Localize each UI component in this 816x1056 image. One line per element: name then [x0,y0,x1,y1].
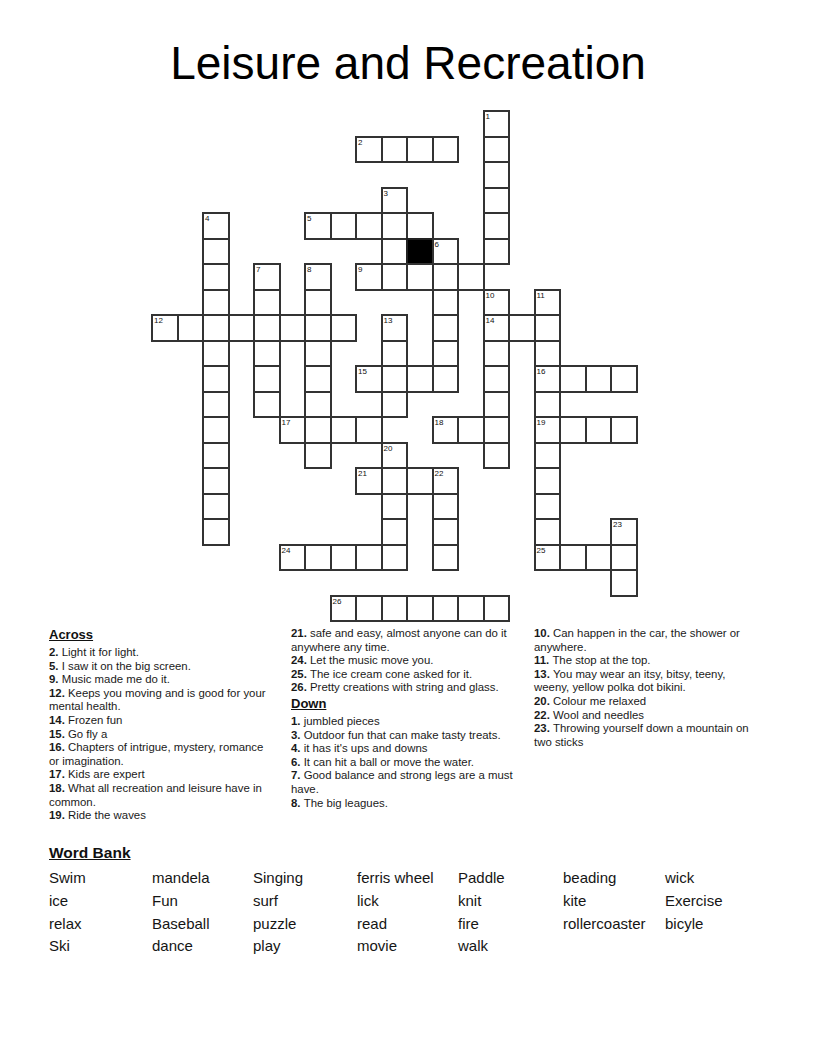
grid-cell[interactable] [304,365,332,393]
word-bank-word: Paddle [458,867,505,890]
clue-number: 11 [537,291,545,300]
clue-across-17: 17. Kids are expert [49,768,275,782]
grid-cell[interactable] [381,391,409,419]
grid-cell[interactable] [534,340,562,368]
word-bank-column: Paddleknitfirewalk [458,867,505,958]
word-bank-header: Word Bank [49,844,779,861]
clue-number: 17 [282,418,291,427]
clue-number: 12 [154,316,163,325]
grid-cell[interactable] [406,136,434,164]
grid-cell-black [406,238,434,266]
clue-down-11: 11. The stop at the top. [534,654,758,668]
grid-cell[interactable] [508,314,536,342]
grid-cell[interactable] [381,340,409,368]
grid-cell[interactable] [304,391,332,419]
grid-cell[interactable] [279,314,307,342]
grid-cell[interactable] [534,467,562,495]
word-bank-word: play [253,935,303,958]
grid-cell[interactable] [432,289,460,317]
word-bank-word: rollercoaster [563,913,646,936]
clue-number: 15 [358,367,367,376]
grid-cell[interactable]: 23 [610,518,638,546]
grid-cell[interactable]: 24 [279,544,307,572]
grid-cell[interactable] [483,416,511,444]
grid-cell[interactable] [406,365,434,393]
grid-cell[interactable] [330,416,358,444]
grid-cell[interactable] [202,518,230,546]
word-bank-column: Singingsurfpuzzleplay [253,867,303,958]
grid-cell[interactable] [381,467,409,495]
clue-column-3: 10. Can happen in the car, the shower or… [534,627,758,750]
grid-cell[interactable] [483,340,511,368]
word-bank-column: wickExercisebicyle [665,867,723,935]
grid-cell[interactable] [457,263,485,291]
grid-cell[interactable] [406,595,434,623]
word-bank-word: lick [357,890,434,913]
grid-cell[interactable] [304,442,332,470]
grid-cell[interactable] [355,416,383,444]
clue-across-16: 16. Chapters of intrigue, mystery, roman… [49,741,275,768]
word-bank-word: Ski [49,935,86,958]
grid-cell[interactable]: 4 [202,212,230,240]
word-bank-word: Singing [253,867,303,890]
clue-number: 7 [256,265,260,274]
grid-cell[interactable] [381,365,409,393]
grid-cell[interactable]: 15 [355,365,383,393]
clue-down-1: 1. jumbled pieces [291,715,521,729]
clue-number: 4 [205,214,209,223]
grid-cell[interactable] [381,238,409,266]
grid-cell[interactable] [202,442,230,470]
clue-number: 14 [486,316,495,325]
word-bank-column: SwimicerelaxSki [49,867,86,958]
grid-cell[interactable] [304,289,332,317]
grid-cell[interactable] [559,416,587,444]
clue-column-1: Across 2. Light it for light.5. I saw it… [49,627,275,824]
grid-cell[interactable] [381,212,409,240]
grid-cell[interactable] [304,314,332,342]
grid-cell[interactable] [483,595,511,623]
clue-across-19: 19. Ride the waves [49,809,275,823]
clue-number: 19 [537,418,546,427]
word-bank-word: Exercise [665,890,723,913]
grid-cell[interactable] [330,314,358,342]
grid-cell[interactable] [585,365,613,393]
clue-number: 1 [486,112,490,121]
grid-cell[interactable]: 11 [534,289,562,317]
clue-across-21: 21. safe and easy, almost anyone can do … [291,627,521,654]
grid-cell[interactable] [483,238,511,266]
word-bank-word: bicyle [665,913,723,936]
grid-cell[interactable]: 2 [355,136,383,164]
grid-cell[interactable] [534,493,562,521]
clue-number: 22 [435,469,444,478]
clue-down-10: 10. Can happen in the car, the shower or… [534,627,758,654]
grid-cell[interactable] [202,416,230,444]
clue-across-14: 14. Frozen fun [49,714,275,728]
grid-cell[interactable] [457,595,485,623]
clue-across-12: 12. Keeps you moving and is good for you… [49,687,275,714]
clue-down-4: 4. it has it's ups and downs [291,742,521,756]
clue-down-20: 20. Colour me relaxed [534,695,758,709]
clue-column-2: 21. safe and easy, almost anyone can do … [291,627,521,811]
grid-cell[interactable] [432,340,460,368]
grid-cell[interactable]: 22 [432,467,460,495]
clue-number: 18 [435,418,444,427]
word-bank-word: walk [458,935,505,958]
grid-cell[interactable] [432,493,460,521]
word-bank-word: puzzle [253,913,303,936]
grid-cell[interactable] [610,416,638,444]
grid-cell[interactable]: 17 [279,416,307,444]
grid-cell[interactable] [406,212,434,240]
grid-cell[interactable] [202,391,230,419]
clue-down-6: 6. It can hit a ball or move the water. [291,756,521,770]
grid-cell[interactable] [330,212,358,240]
clue-number: 9 [358,265,362,274]
grid-cell[interactable] [585,544,613,572]
grid-cell[interactable]: 19 [534,416,562,444]
grid-cell[interactable] [228,314,256,342]
grid-cell[interactable] [253,289,281,317]
grid-cell[interactable] [432,263,460,291]
grid-cell[interactable] [355,595,383,623]
clue-number: 25 [537,546,546,555]
clue-number: 23 [613,520,622,529]
grid-cell[interactable] [483,442,511,470]
grid-cell[interactable] [432,544,460,572]
word-bank-word: ferris wheel [357,867,434,890]
clue-across-2: 2. Light it for light. [49,646,275,660]
clue-down-8: 8. The big leagues. [291,797,521,811]
word-bank-word: fire [458,913,505,936]
crossword-grid: 1234567891011121314151617181920212223242… [152,111,637,621]
grid-cell[interactable] [432,314,460,342]
clue-number: 24 [282,546,291,555]
clue-across-25: 25. The ice cream cone asked for it. [291,668,521,682]
grid-cell[interactable] [202,340,230,368]
grid-cell[interactable]: 16 [534,365,562,393]
word-bank-column: ferris wheellickreadmovie [357,867,434,958]
grid-cell[interactable] [483,187,511,215]
grid-cell[interactable] [253,314,281,342]
clue-number: 20 [384,444,393,453]
grid-cell[interactable] [483,391,511,419]
grid-cell[interactable] [381,544,409,572]
clue-across-26: 26. Pretty creations with string and gla… [291,681,521,695]
grid-cell[interactable] [304,416,332,444]
word-bank-word: mandela [152,867,210,890]
clue-number: 21 [358,469,367,478]
down-clue-list-continued: 10. Can happen in the car, the shower or… [534,627,758,749]
grid-cell[interactable]: 5 [304,212,332,240]
grid-cell[interactable] [381,518,409,546]
clue-across-24: 24. Let the music move you. [291,654,521,668]
grid-cell[interactable] [610,569,638,597]
clue-across-9: 9. Music made me do it. [49,673,275,687]
worksheet-page: Leisure and Recreation 12345678910111213… [0,0,816,1056]
word-bank-word: Baseball [152,913,210,936]
grid-cell[interactable]: 14 [483,314,511,342]
word-bank-word: ice [49,890,86,913]
word-bank-grid: SwimicerelaxSkimandelaFunBaseballdanceSi… [49,867,779,963]
word-bank-column: mandelaFunBaseballdance [152,867,210,958]
grid-cell[interactable]: 10 [483,289,511,317]
grid-cell[interactable] [253,391,281,419]
grid-cell[interactable] [610,544,638,572]
clue-down-23: 23. Throwing yourself down a mountain on… [534,722,758,749]
clue-number: 3 [384,189,388,198]
clue-across-15: 15. Go fly a [49,728,275,742]
word-bank-word: kite [563,890,646,913]
word-bank-word: relax [49,913,86,936]
grid-cell[interactable] [432,595,460,623]
clue-across-18: 18. What all recreation and leisure have… [49,782,275,809]
word-bank: Word Bank SwimicerelaxSkimandelaFunBaseb… [49,844,779,964]
grid-cell[interactable] [432,136,460,164]
grid-cell[interactable] [381,263,409,291]
word-bank-word: movie [357,935,434,958]
clue-down-22: 22. Wool and needles [534,709,758,723]
clue-number: 5 [307,214,311,223]
clue-number: 26 [333,597,342,606]
grid-cell[interactable] [304,340,332,368]
grid-cell[interactable] [202,238,230,266]
clue-number: 6 [435,240,439,249]
grid-cell[interactable] [202,314,230,342]
grid-cell[interactable] [202,365,230,393]
grid-cell[interactable] [559,544,587,572]
grid-cell[interactable] [253,365,281,393]
grid-cell[interactable] [534,518,562,546]
clue-down-7: 7. Good balance and strong legs are a mu… [291,769,521,796]
grid-cell[interactable] [406,467,434,495]
across-header: Across [49,627,275,642]
grid-cell[interactable] [483,365,511,393]
grid-cell[interactable] [559,365,587,393]
grid-cell[interactable] [534,314,562,342]
grid-cell[interactable]: 6 [432,238,460,266]
grid-cell[interactable] [253,340,281,368]
word-bank-word: beading [563,867,646,890]
word-bank-word: dance [152,935,210,958]
word-bank-word: knit [458,890,505,913]
grid-cell[interactable] [381,493,409,521]
grid-cell[interactable]: 3 [381,187,409,215]
clue-across-5: 5. I saw it on the big screen. [49,660,275,674]
clue-number: 13 [384,316,393,325]
clue-number: 16 [537,367,546,376]
grid-cell[interactable] [483,212,511,240]
word-bank-word: Fun [152,890,210,913]
clue-down-3: 3. Outdoor fun that can make tasty treat… [291,729,521,743]
page-title: Leisure and Recreation [0,38,816,88]
grid-cell[interactable] [534,391,562,419]
clue-number: 8 [307,265,311,274]
grid-cell[interactable] [432,365,460,393]
grid-cell[interactable]: 9 [355,263,383,291]
grid-cell[interactable] [610,365,638,393]
grid-cell[interactable] [330,544,358,572]
word-bank-word: wick [665,867,723,890]
clue-number: 10 [486,291,495,300]
grid-cell[interactable]: 20 [381,442,409,470]
grid-cell[interactable] [534,442,562,470]
word-bank-column: beadingkiterollercoaster [563,867,646,935]
grid-cell[interactable]: 1 [483,110,511,138]
down-header: Down [291,696,521,711]
grid-cell[interactable]: 8 [304,263,332,291]
grid-cell[interactable] [177,314,205,342]
grid-cell[interactable] [355,544,383,572]
grid-cell[interactable] [585,416,613,444]
grid-cell[interactable] [457,416,485,444]
grid-cell[interactable] [432,518,460,546]
across-clue-list-continued: 21. safe and easy, almost anyone can do … [291,627,521,695]
grid-cell[interactable]: 18 [432,416,460,444]
grid-cell[interactable] [483,161,511,189]
grid-cell[interactable]: 13 [381,314,409,342]
grid-cell[interactable] [202,289,230,317]
grid-cell[interactable] [406,263,434,291]
grid-cell[interactable]: 21 [355,467,383,495]
word-bank-word: Swim [49,867,86,890]
grid-cell[interactable]: 12 [151,314,179,342]
down-clue-list: 1. jumbled pieces3. Outdoor fun that can… [291,715,521,810]
grid-cell[interactable]: 25 [534,544,562,572]
clue-down-13: 13. You may wear an itsy, bitsy, teeny, … [534,668,758,695]
grid-cell[interactable] [202,493,230,521]
across-clue-list: 2. Light it for light.5. I saw it on the… [49,646,275,823]
grid-cell[interactable] [355,212,383,240]
grid-cell[interactable]: 26 [330,595,358,623]
grid-cell[interactable] [483,136,511,164]
clue-number: 2 [358,138,362,147]
grid-cell[interactable] [381,136,409,164]
grid-cell[interactable] [381,595,409,623]
grid-cell[interactable] [202,467,230,495]
word-bank-word: read [357,913,434,936]
grid-cell[interactable] [304,544,332,572]
grid-cell[interactable] [202,263,230,291]
grid-cell[interactable]: 7 [253,263,281,291]
word-bank-word: surf [253,890,303,913]
